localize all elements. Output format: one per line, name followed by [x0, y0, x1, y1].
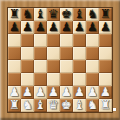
square-d5[interactable] [47, 47, 60, 60]
piece-white-king[interactable]: ♚ [61, 99, 72, 112]
chess-board-frame: ♜♞♝♛♚♝♞♜♟♟♟♟♟♟♟♟♟♟♟♟♟♟♟♟♜♞♝♛♚♝♞♜ [0, 0, 120, 120]
square-a1[interactable]: ♜ [8, 99, 21, 112]
square-c4[interactable] [34, 60, 47, 73]
piece-white-knight[interactable]: ♞ [22, 99, 33, 112]
square-d7[interactable]: ♟ [47, 21, 60, 34]
square-c7[interactable]: ♟ [34, 21, 47, 34]
square-h7[interactable]: ♟ [99, 21, 112, 34]
square-f1[interactable]: ♝ [73, 99, 86, 112]
square-a6[interactable] [8, 34, 21, 47]
square-f7[interactable]: ♟ [73, 21, 86, 34]
square-c5[interactable] [34, 47, 47, 60]
chess-board[interactable]: ♜♞♝♛♚♝♞♜♟♟♟♟♟♟♟♟♟♟♟♟♟♟♟♟♜♞♝♛♚♝♞♜ [8, 8, 112, 112]
square-d1[interactable]: ♛ [47, 99, 60, 112]
square-b7[interactable]: ♟ [21, 21, 34, 34]
square-g4[interactable] [86, 60, 99, 73]
square-h4[interactable] [99, 60, 112, 73]
square-b1[interactable]: ♞ [21, 99, 34, 112]
piece-black-pawn[interactable]: ♟ [61, 21, 72, 34]
piece-black-pawn[interactable]: ♟ [100, 21, 111, 34]
square-a4[interactable] [8, 60, 21, 73]
square-h1[interactable]: ♜ [99, 99, 112, 112]
square-f5[interactable] [73, 47, 86, 60]
piece-white-rook[interactable]: ♜ [100, 99, 111, 112]
square-e4[interactable] [60, 60, 73, 73]
piece-black-pawn[interactable]: ♟ [22, 21, 33, 34]
square-c1[interactable]: ♝ [34, 99, 47, 112]
piece-white-rook[interactable]: ♜ [9, 99, 20, 112]
piece-white-knight[interactable]: ♞ [87, 99, 98, 112]
piece-white-bishop[interactable]: ♝ [74, 99, 85, 112]
square-e5[interactable] [60, 47, 73, 60]
piece-black-pawn[interactable]: ♟ [74, 21, 85, 34]
piece-black-pawn[interactable]: ♟ [35, 21, 46, 34]
square-g6[interactable] [86, 34, 99, 47]
square-e1[interactable]: ♚ [60, 99, 73, 112]
piece-white-bishop[interactable]: ♝ [35, 99, 46, 112]
piece-black-pawn[interactable]: ♟ [87, 21, 98, 34]
square-g5[interactable] [86, 47, 99, 60]
square-h5[interactable] [99, 47, 112, 60]
piece-white-queen[interactable]: ♛ [48, 99, 59, 112]
square-g1[interactable]: ♞ [86, 99, 99, 112]
piece-black-pawn[interactable]: ♟ [9, 21, 20, 34]
square-b5[interactable] [21, 47, 34, 60]
square-e7[interactable]: ♟ [60, 21, 73, 34]
square-d4[interactable] [47, 60, 60, 73]
square-f6[interactable] [73, 34, 86, 47]
square-a7[interactable]: ♟ [8, 21, 21, 34]
square-e6[interactable] [60, 34, 73, 47]
square-h6[interactable] [99, 34, 112, 47]
square-d6[interactable] [47, 34, 60, 47]
square-g7[interactable]: ♟ [86, 21, 99, 34]
square-f4[interactable] [73, 60, 86, 73]
white-to-move-indicator [113, 108, 116, 111]
square-a5[interactable] [8, 47, 21, 60]
square-c6[interactable] [34, 34, 47, 47]
piece-black-pawn[interactable]: ♟ [48, 21, 59, 34]
square-b6[interactable] [21, 34, 34, 47]
square-b4[interactable] [21, 60, 34, 73]
